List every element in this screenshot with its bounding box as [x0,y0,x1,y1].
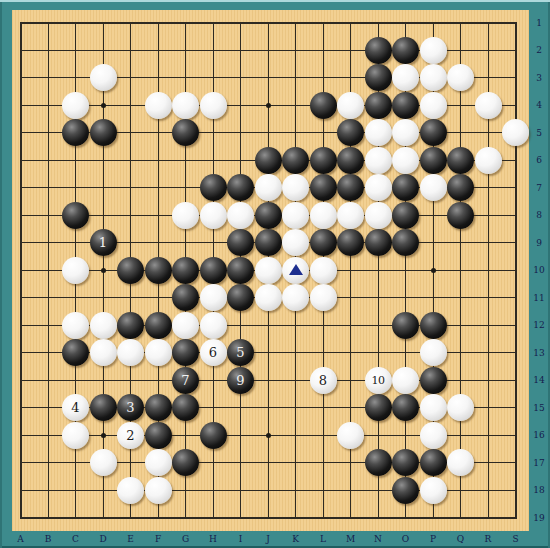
row-label-13: 13 [533,348,544,357]
black-stone-E10 [117,257,144,284]
white-stone-P3 [420,64,447,91]
black-stone-O12 [392,312,419,339]
white-stone-H4 [200,92,227,119]
white-stone-G4 [172,92,199,119]
black-stone-M7 [337,174,364,201]
black-stone-P17 [420,449,447,476]
row-label-9: 9 [536,238,542,247]
black-stone-D9: 1 [90,229,117,256]
black-stone-I7 [227,174,254,201]
black-stone-J6 [255,147,282,174]
black-stone-O17 [392,449,419,476]
move-number-6: 6 [200,339,227,366]
black-stone-Q7 [447,174,474,201]
go-diagram-frame: 16579810432 ABCDEFGHIJKLMNOPQRS 12345678… [0,0,550,548]
white-stone-S5 [502,119,529,146]
black-stone-O4 [392,92,419,119]
black-stone-K6 [282,147,309,174]
white-stone-F13 [145,339,172,366]
black-stone-G17 [172,449,199,476]
black-stone-F16 [145,422,172,449]
row-label-1: 1 [536,18,542,27]
black-stone-O8 [392,202,419,229]
row-label-19: 19 [533,513,544,522]
black-stone-L7 [310,174,337,201]
column-label-N: N [374,535,382,544]
column-label-F: F [155,535,161,544]
move-number-5: 5 [227,339,254,366]
column-label-C: C [72,535,79,544]
column-label-I: I [239,535,243,544]
white-stone-C16 [62,422,89,449]
black-stone-F10 [145,257,172,284]
white-stone-D12 [90,312,117,339]
white-stone-Q15 [447,394,474,421]
black-stone-J9 [255,229,282,256]
white-stone-O6 [392,147,419,174]
white-stone-P4 [420,92,447,119]
black-stone-O2 [392,37,419,64]
black-stone-N9 [365,229,392,256]
black-stone-G15 [172,394,199,421]
white-stone-C4 [62,92,89,119]
white-stone-P2 [420,37,447,64]
white-stone-D3 [90,64,117,91]
column-label-P: P [430,535,436,544]
row-label-8: 8 [536,211,542,220]
white-stone-H13: 6 [200,339,227,366]
white-stone-N6 [365,147,392,174]
go-board[interactable]: 16579810432 [12,10,529,531]
grid-line-vertical [460,23,461,518]
white-stone-L11 [310,284,337,311]
move-number-1: 1 [90,229,117,256]
black-stone-Q6 [447,147,474,174]
black-stone-P12 [420,312,447,339]
black-stone-L4 [310,92,337,119]
white-stone-J7 [255,174,282,201]
black-stone-J8 [255,202,282,229]
black-stone-Q8 [447,202,474,229]
column-label-J: J [266,535,270,544]
white-stone-E13 [117,339,144,366]
black-stone-I14: 9 [227,367,254,394]
black-stone-O18 [392,477,419,504]
black-stone-G5 [172,119,199,146]
black-stone-G13 [172,339,199,366]
move-number-3: 3 [117,394,144,421]
black-stone-C13 [62,339,89,366]
row-label-4: 4 [536,101,542,110]
white-stone-R4 [475,92,502,119]
black-stone-P5 [420,119,447,146]
black-stone-F12 [145,312,172,339]
black-stone-E15: 3 [117,394,144,421]
column-label-B: B [45,535,52,544]
column-label-R: R [485,535,492,544]
white-stone-C10 [62,257,89,284]
star-point [101,433,106,438]
row-label-2: 2 [536,46,542,55]
black-stone-I9 [227,229,254,256]
move-number-4: 4 [62,394,89,421]
black-stone-I13: 5 [227,339,254,366]
row-label-11: 11 [533,293,544,302]
row-label-3: 3 [536,73,542,82]
row-label-12: 12 [533,321,544,330]
move-number-10: 10 [365,367,392,394]
black-stone-O9 [392,229,419,256]
white-stone-K11 [282,284,309,311]
column-label-D: D [99,535,106,544]
column-label-K: K [292,535,299,544]
white-stone-M16 [337,422,364,449]
white-stone-H12 [200,312,227,339]
white-stone-N7 [365,174,392,201]
column-label-O: O [402,535,409,544]
black-stone-N3 [365,64,392,91]
white-stone-K8 [282,202,309,229]
white-stone-O5 [392,119,419,146]
white-stone-L10 [310,257,337,284]
black-stone-E12 [117,312,144,339]
black-stone-I10 [227,257,254,284]
column-label-H: H [209,535,217,544]
black-stone-G14: 7 [172,367,199,394]
column-label-E: E [127,535,134,544]
black-stone-G11 [172,284,199,311]
white-stone-N8 [365,202,392,229]
black-stone-P6 [420,147,447,174]
white-stone-L14: 8 [310,367,337,394]
white-stone-H11 [200,284,227,311]
triangle-marker [289,264,303,275]
black-stone-I11 [227,284,254,311]
black-stone-N4 [365,92,392,119]
column-label-S: S [512,535,518,544]
white-stone-P7 [420,174,447,201]
white-stone-F4 [145,92,172,119]
white-stone-L8 [310,202,337,229]
white-stone-Q17 [447,449,474,476]
white-stone-C15: 4 [62,394,89,421]
black-stone-M6 [337,147,364,174]
column-label-Q: Q [457,535,464,544]
white-stone-P16 [420,422,447,449]
white-stone-O14 [392,367,419,394]
black-stone-D5 [90,119,117,146]
white-stone-E18 [117,477,144,504]
white-stone-N5 [365,119,392,146]
row-label-18: 18 [533,486,544,495]
black-stone-H10 [200,257,227,284]
white-stone-F18 [145,477,172,504]
column-label-G: G [182,535,189,544]
white-stone-K10 [282,257,309,284]
white-stone-N14: 10 [365,367,392,394]
white-stone-J11 [255,284,282,311]
row-label-7: 7 [536,183,542,192]
white-stone-G12 [172,312,199,339]
white-stone-D13 [90,339,117,366]
white-stone-M4 [337,92,364,119]
black-stone-L6 [310,147,337,174]
star-point [101,268,106,273]
white-stone-P13 [420,339,447,366]
black-stone-C8 [62,202,89,229]
black-stone-C5 [62,119,89,146]
white-stone-K7 [282,174,309,201]
black-stone-G10 [172,257,199,284]
row-label-6: 6 [536,156,542,165]
black-stone-M5 [337,119,364,146]
black-stone-N17 [365,449,392,476]
row-label-17: 17 [533,458,544,467]
star-point [431,268,436,273]
black-stone-H16 [200,422,227,449]
white-stone-C12 [62,312,89,339]
black-stone-N15 [365,394,392,421]
black-stone-L9 [310,229,337,256]
move-number-9: 9 [227,367,254,394]
white-stone-I8 [227,202,254,229]
white-stone-P18 [420,477,447,504]
move-number-8: 8 [310,367,337,394]
white-stone-F17 [145,449,172,476]
star-point [266,103,271,108]
white-stone-D17 [90,449,117,476]
white-stone-G8 [172,202,199,229]
white-stone-M8 [337,202,364,229]
row-label-14: 14 [533,376,544,385]
white-stone-P15 [420,394,447,421]
black-stone-D15 [90,394,117,421]
black-stone-F15 [145,394,172,421]
column-label-M: M [346,535,355,544]
row-label-10: 10 [533,266,544,275]
star-point [266,433,271,438]
row-label-16: 16 [533,431,544,440]
black-stone-P14 [420,367,447,394]
white-stone-J10 [255,257,282,284]
white-stone-H8 [200,202,227,229]
white-stone-O3 [392,64,419,91]
column-label-L: L [320,535,326,544]
move-number-2: 2 [117,422,144,449]
star-point [101,103,106,108]
column-label-A: A [17,535,24,544]
white-stone-E16: 2 [117,422,144,449]
white-stone-K9 [282,229,309,256]
black-stone-M9 [337,229,364,256]
black-stone-O15 [392,394,419,421]
black-stone-O7 [392,174,419,201]
row-label-15: 15 [533,403,544,412]
white-stone-R6 [475,147,502,174]
row-label-5: 5 [536,128,542,137]
black-stone-N2 [365,37,392,64]
black-stone-H7 [200,174,227,201]
move-number-7: 7 [172,367,199,394]
white-stone-Q3 [447,64,474,91]
